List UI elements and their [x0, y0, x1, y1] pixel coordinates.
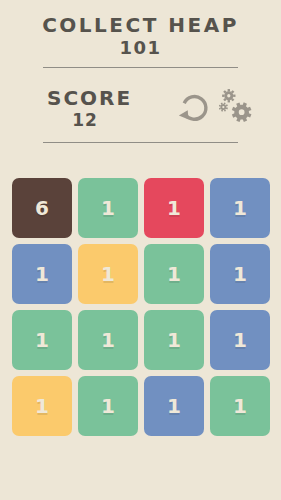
tile-r1c2[interactable]: 1 — [78, 178, 138, 238]
game-title: COLLECT HEAP — [0, 13, 281, 37]
tile-r3c3[interactable]: 1 — [144, 310, 204, 370]
tile-r1c1[interactable]: 6 — [12, 178, 72, 238]
tile-r2c3[interactable]: 1 — [144, 244, 204, 304]
tile-r3c2[interactable]: 1 — [78, 310, 138, 370]
score-divider — [43, 142, 238, 143]
target-heap-value: 101 — [0, 37, 281, 58]
tile-r2c1[interactable]: 1 — [12, 244, 72, 304]
header-divider — [43, 67, 238, 68]
tile-grid: 6111111111111111 — [12, 178, 270, 436]
app-background: COLLECT HEAP 101 SCORE 12 — [0, 0, 281, 500]
tile-r4c3[interactable]: 1 — [144, 376, 204, 436]
tile-r1c4[interactable]: 1 — [210, 178, 270, 238]
tile-r3c1[interactable]: 1 — [12, 310, 72, 370]
tile-r1c3[interactable]: 1 — [144, 178, 204, 238]
tile-r2c4[interactable]: 1 — [210, 244, 270, 304]
tile-r3c4[interactable]: 1 — [210, 310, 270, 370]
settings-button[interactable] — [219, 87, 254, 124]
restart-button[interactable] — [177, 92, 210, 125]
score-label: SCORE — [47, 86, 132, 110]
tile-r2c2[interactable]: 1 — [78, 244, 138, 304]
tile-r4c4[interactable]: 1 — [210, 376, 270, 436]
gear-icon — [219, 87, 254, 124]
refresh-icon — [177, 92, 210, 125]
tile-r4c2[interactable]: 1 — [78, 376, 138, 436]
tile-r4c1[interactable]: 1 — [12, 376, 72, 436]
score-value: 12 — [47, 110, 123, 130]
